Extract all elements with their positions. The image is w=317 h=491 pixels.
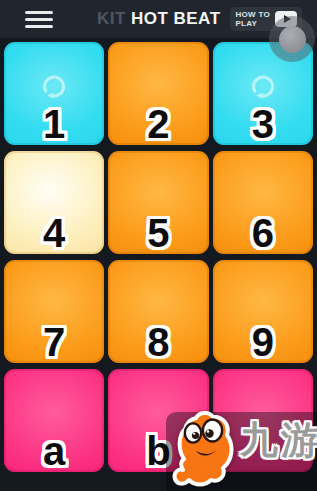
- pad-5[interactable]: 5: [108, 151, 208, 254]
- app-title: KITHOT BEAT: [97, 0, 221, 38]
- pad-7[interactable]: 7: [4, 260, 104, 363]
- menu-button[interactable]: [25, 11, 53, 28]
- pad-6[interactable]: 6: [213, 151, 313, 254]
- pad-2[interactable]: 2: [108, 42, 208, 145]
- jiuyou-mascot-icon: [169, 409, 239, 489]
- pad-label: 4: [4, 213, 104, 253]
- pad-1[interactable]: 1: [4, 42, 104, 145]
- pad-label: 2: [108, 104, 208, 144]
- pad-label: 1: [4, 104, 104, 144]
- hamburger-icon: [25, 11, 53, 14]
- pad-label: 6: [213, 213, 313, 253]
- record-button[interactable]: [269, 16, 315, 62]
- loop-icon: [38, 71, 70, 103]
- pad-label: 8: [108, 322, 208, 362]
- pad-label: 5: [108, 213, 208, 253]
- loop-icon: [247, 71, 279, 103]
- kit-name: HOT BEAT: [131, 9, 221, 28]
- pad-label: a: [4, 431, 104, 471]
- pad-label: 3: [213, 104, 313, 144]
- kit-label: KIT: [97, 9, 126, 28]
- watermark-text: 九游: [240, 421, 317, 459]
- pad-4[interactable]: 4: [4, 151, 104, 254]
- pad-a[interactable]: a: [4, 369, 104, 472]
- pad-label: 7: [4, 322, 104, 362]
- pad-9[interactable]: 9: [213, 260, 313, 363]
- pad-label: 9: [213, 322, 313, 362]
- record-button-inner: [279, 26, 306, 53]
- how-to-play-label: HOW TO PLAY: [235, 10, 270, 28]
- pad-8[interactable]: 8: [108, 260, 208, 363]
- pad-grid: 123456789ab: [0, 38, 317, 476]
